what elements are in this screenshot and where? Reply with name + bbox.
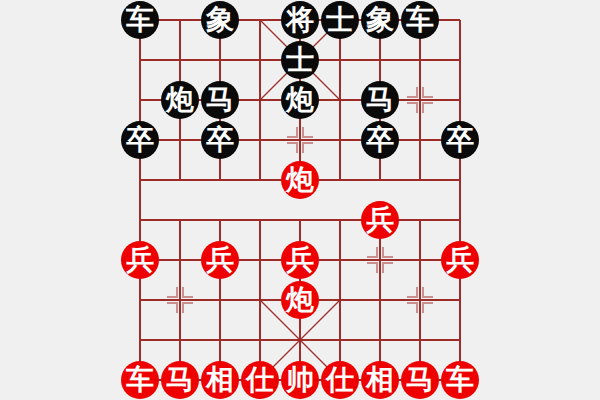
piece-red-soldier[interactable]: 兵 [121,241,159,279]
piece-red-soldier[interactable]: 兵 [361,201,399,239]
xiangqi-board[interactable]: 车象将士象车士炮马炮马卒卒卒卒炮兵兵兵兵兵炮车马相仕帅仕相马车 [0,0,600,400]
piece-red-chariot[interactable]: 车 [121,361,159,399]
piece-red-advisor[interactable]: 仕 [241,361,279,399]
piece-red-soldier[interactable]: 兵 [281,241,319,279]
piece-red-soldier[interactable]: 兵 [441,241,479,279]
piece-black-horse[interactable]: 马 [201,81,239,119]
piece-black-soldier[interactable]: 卒 [121,121,159,159]
piece-red-soldier[interactable]: 兵 [201,241,239,279]
piece-red-general[interactable]: 帅 [281,361,319,399]
piece-black-advisor[interactable]: 士 [281,41,319,79]
piece-red-horse[interactable]: 马 [161,361,199,399]
piece-black-general[interactable]: 将 [281,1,319,39]
piece-red-elephant[interactable]: 相 [361,361,399,399]
piece-black-elephant[interactable]: 象 [201,1,239,39]
piece-red-chariot[interactable]: 车 [441,361,479,399]
piece-black-soldier[interactable]: 卒 [201,121,239,159]
piece-black-soldier[interactable]: 卒 [361,121,399,159]
piece-black-horse[interactable]: 马 [361,81,399,119]
piece-black-advisor[interactable]: 士 [321,1,359,39]
piece-red-cannon[interactable]: 炮 [281,281,319,319]
piece-red-elephant[interactable]: 相 [201,361,239,399]
piece-black-cannon[interactable]: 炮 [161,81,199,119]
piece-black-chariot[interactable]: 车 [121,1,159,39]
piece-red-horse[interactable]: 马 [401,361,439,399]
piece-red-advisor[interactable]: 仕 [321,361,359,399]
piece-black-chariot[interactable]: 车 [401,1,439,39]
piece-black-soldier[interactable]: 卒 [441,121,479,159]
piece-red-cannon[interactable]: 炮 [281,161,319,199]
piece-black-elephant[interactable]: 象 [361,1,399,39]
piece-black-cannon[interactable]: 炮 [281,81,319,119]
